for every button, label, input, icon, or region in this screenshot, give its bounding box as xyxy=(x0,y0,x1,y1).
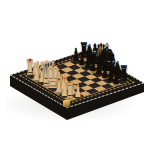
chess-set-product-photo: ♜♞♝♛♚♝♞♜♟♟♟♟♟♟♟♟♟♟♟♟♟♟♟♟♜♞♝♛♚♝♞♜ xyxy=(0,0,150,150)
piece-accent-e8 xyxy=(105,43,108,46)
brass-clasp xyxy=(63,100,70,107)
piece-accent-a1 xyxy=(29,59,32,62)
